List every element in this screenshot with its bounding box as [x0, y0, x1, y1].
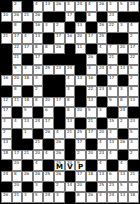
cell-r2c11[interactable]: 23 [107, 12, 118, 23]
blocker-cell-r18c1 [1, 182, 12, 193]
cell-r3c12[interactable]: 3 [118, 22, 129, 33]
cell-r13c7[interactable]: 21 [65, 129, 76, 140]
blocker-cell-r4c11 [107, 33, 118, 44]
cell-number: 2 [77, 150, 80, 155]
blocker-cell-r2c12 [118, 12, 129, 23]
cell-r6c11[interactable]: 21 [107, 54, 118, 65]
cell-number: 2 [35, 86, 38, 91]
cell-r15c9[interactable]: 20 [86, 150, 97, 161]
cell-number: 25 [45, 65, 50, 70]
cell-r15c2[interactable]: 17 [12, 150, 23, 161]
cell-r9c11[interactable]: 8 [107, 86, 118, 97]
cell-r7c7[interactable]: 24 [65, 65, 76, 76]
cell-r12c2[interactable]: 4 [12, 118, 23, 129]
cell-r8c1[interactable]: 16 [1, 75, 12, 86]
cell-r15c13[interactable]: 2 [128, 150, 139, 161]
cell-r17c12[interactable]: 13 [118, 171, 129, 182]
blocker-cell-r3c3 [22, 22, 33, 33]
cell-r6c4[interactable]: 17 [33, 54, 44, 65]
blocker-cell-r17c7 [65, 171, 76, 182]
cell-number: 24 [77, 1, 82, 6]
cell-r18c13[interactable]: 3 [128, 182, 139, 193]
cell-r1c9[interactable]: 4 [86, 1, 97, 12]
cell-number: 11 [77, 44, 82, 49]
cell-r5c2[interactable]: 22 [12, 44, 23, 55]
cell-r8c8[interactable]: 13 [75, 75, 86, 86]
cell-r10c13[interactable]: 13 [128, 97, 139, 108]
blocker-cell-r10c8 [75, 97, 86, 108]
cell-number: 3 [35, 182, 38, 187]
cell-r13c6[interactable]: 4 [54, 129, 65, 140]
cell-r13c3[interactable]: 1 [22, 129, 33, 140]
cell-number: 13 [45, 1, 50, 6]
blocker-cell-r16c5 [43, 160, 54, 171]
blocker-cell-r1c3 [22, 1, 33, 12]
cell-r7c3[interactable]: 3 [22, 65, 33, 76]
cell-r19c6[interactable]: 3 [54, 192, 65, 203]
cell-number: 4 [67, 75, 70, 80]
cell-number: 3 [35, 75, 38, 80]
blocker-cell-r19c7 [65, 192, 76, 203]
cell-r10c12[interactable]: 8 [118, 97, 129, 108]
cell-number: 21 [88, 118, 93, 123]
cell-r1c13[interactable]: 24 [128, 1, 139, 12]
cell-r12c1[interactable]: 3 [1, 118, 12, 129]
cell-r19c4[interactable]: 5 [33, 192, 44, 203]
cell-number: 18 [130, 192, 135, 197]
cell-number: 20 [77, 107, 82, 112]
cell-number: 26 [88, 192, 93, 197]
cell-r10c1[interactable]: 12 [1, 97, 12, 108]
cell-r8c9[interactable]: 16 [86, 75, 97, 86]
cell-r9c2[interactable]: 8 [12, 86, 23, 97]
cell-number: 14 [67, 182, 72, 187]
cell-r19c3[interactable]: 3 [22, 192, 33, 203]
cell-number: 8 [67, 97, 70, 102]
cell-r8c11[interactable]: 17 [107, 75, 118, 86]
cell-number: 3 [120, 22, 123, 27]
cell-r10c9[interactable]: 13 [86, 97, 97, 108]
cell-number: 26 [35, 171, 40, 176]
cell-r19c5[interactable]: 24 [43, 192, 54, 203]
cell-number: 4 [88, 1, 91, 6]
cell-number: 23 [56, 65, 61, 70]
blocker-cell-r16c9 [86, 160, 97, 171]
cell-r2c7[interactable]: 17 [65, 12, 76, 23]
cell-r11c3[interactable]: 5 [22, 107, 33, 118]
cell-r5c6[interactable]: 26 [54, 44, 65, 55]
blocker-cell-r1c1 [1, 1, 12, 12]
cell-number: 12 [3, 97, 8, 102]
cell-number: 8 [67, 107, 70, 112]
cell-r19c2[interactable]: 21 [12, 192, 23, 203]
cell-r10c11[interactable]: 9 [107, 97, 118, 108]
cell-r15c4[interactable]: 20 [33, 150, 44, 161]
cell-number: 24 [120, 107, 125, 112]
cell-r10c4[interactable]: 8 [33, 97, 44, 108]
cell-r10c6[interactable]: 17 [54, 97, 65, 108]
cell-r16c8[interactable]: 9P [75, 160, 86, 171]
cell-r7c13[interactable]: 5 [128, 65, 139, 76]
cell-r14c12[interactable]: 26 [118, 139, 129, 150]
cell-r7c9[interactable]: 3 [86, 65, 97, 76]
cell-r11c9[interactable]: 5 [86, 107, 97, 118]
cell-number: 13 [120, 171, 125, 176]
cell-r4c6[interactable]: 17 [54, 33, 65, 44]
cell-number: 16 [3, 75, 8, 80]
cell-number: 13 [109, 139, 114, 144]
cell-r11c1[interactable]: 17 [1, 107, 12, 118]
cell-r15c8[interactable]: 2 [75, 150, 86, 161]
cell-r13c1[interactable]: 2 [1, 129, 12, 140]
cell-number: 5 [35, 192, 38, 197]
cell-r3c4[interactable]: 16 [33, 22, 44, 33]
cell-r17c10[interactable]: 13 [97, 171, 108, 182]
cell-number: 4 [35, 160, 38, 165]
cell-r17c2[interactable]: 8 [12, 171, 23, 182]
cell-r18c6[interactable]: 2 [54, 182, 65, 193]
cell-r19c1[interactable]: 26 [1, 192, 12, 203]
blocker-cell-r2c8 [75, 12, 86, 23]
cell-r12c12[interactable]: 2 [118, 118, 129, 129]
cell-number: 5 [88, 107, 91, 112]
cell-r12c13[interactable]: 23 [128, 118, 139, 129]
cell-r17c8[interactable]: 17 [75, 171, 86, 182]
blocker-cell-r11c13 [128, 107, 139, 118]
cell-number: 21 [130, 171, 135, 176]
cell-r14c4[interactable]: 21 [33, 139, 44, 150]
given-letter-v: V [66, 163, 75, 171]
cell-r16c10[interactable]: 4 [97, 160, 108, 171]
cell-r16c6[interactable]: 25M [54, 160, 65, 171]
cell-r14c6[interactable]: 26 [54, 139, 65, 150]
cell-r9c7[interactable]: 3 [65, 86, 76, 97]
cell-r14c11[interactable]: 13 [107, 139, 118, 150]
cell-r17c3[interactable]: 26 [22, 171, 33, 182]
cell-number: 4 [14, 118, 17, 123]
blocker-cell-r9c6 [54, 86, 65, 97]
cell-number: 4 [109, 65, 112, 70]
cell-number: 18 [24, 75, 29, 80]
cell-r10c2[interactable]: 11 [12, 97, 23, 108]
blocker-cell-r6c8 [75, 54, 86, 65]
cell-number: 24 [130, 1, 135, 6]
blocker-cell-r14c9 [86, 139, 97, 150]
cell-r13c8[interactable]: 25 [75, 129, 86, 140]
cell-number: 26 [3, 192, 8, 197]
cell-number: 17 [35, 54, 40, 59]
cell-r18c11[interactable]: 23 [107, 182, 118, 193]
cell-r19c10[interactable]: 3 [97, 192, 108, 203]
cell-r15c3[interactable]: 21 [22, 150, 33, 161]
cell-r13c13[interactable]: 5 [128, 129, 139, 140]
cell-r5c13[interactable]: 17 [128, 44, 139, 55]
blocker-cell-r6c6 [54, 54, 65, 65]
cell-r11c7[interactable]: 8 [65, 107, 76, 118]
cell-r1c10[interactable]: 26 [97, 1, 108, 12]
cell-number: 3 [109, 129, 112, 134]
cell-r9c9[interactable]: 22 [86, 86, 97, 97]
cell-r3c8[interactable]: 13 [75, 22, 86, 33]
cell-number: 4 [35, 1, 38, 6]
blocker-cell-r5c7 [65, 44, 76, 55]
cell-r18c7[interactable]: 14 [65, 182, 76, 193]
cell-number: 11 [14, 97, 19, 102]
cell-r16c12[interactable]: 4 [118, 160, 129, 171]
cell-r1c7[interactable]: 3 [65, 1, 76, 12]
blocker-cell-r18c5 [43, 182, 54, 193]
cell-number: 3 [24, 65, 27, 70]
cell-r3c13[interactable]: 4 [128, 22, 139, 33]
blocker-cell-r13c4 [33, 129, 44, 140]
cell-r8c7[interactable]: 4 [65, 75, 76, 86]
cell-number: 10 [3, 12, 8, 17]
cell-number: 8 [45, 44, 48, 49]
cell-r15c5[interactable]: 4 [43, 150, 54, 161]
cell-r9c12[interactable]: 3 [118, 86, 129, 97]
cell-number: 3 [67, 86, 70, 91]
cell-number: 17 [14, 150, 19, 155]
blocker-cell-r5c9 [86, 44, 97, 55]
blocker-cell-r12c10 [97, 118, 108, 129]
cell-r18c10[interactable]: 25 [97, 182, 108, 193]
cell-r1c6[interactable]: 26 [54, 1, 65, 12]
cell-r19c9[interactable]: 26 [86, 192, 97, 203]
cell-r12c3[interactable]: 13 [22, 118, 33, 129]
cell-r3c6[interactable]: 2 [54, 22, 65, 33]
blocker-cell-r6c12 [118, 54, 129, 65]
cell-r5c5[interactable]: 8 [43, 44, 54, 55]
cell-r7c10[interactable]: 24 [97, 65, 108, 76]
blocker-cell-r8c10 [97, 75, 108, 86]
blocker-cell-r3c7 [65, 22, 76, 33]
cell-number: 26 [88, 54, 93, 59]
cell-r4c1[interactable]: 21 [1, 33, 12, 44]
cell-r8c3[interactable]: 18 [22, 75, 33, 86]
cell-number: 25 [77, 129, 82, 134]
cell-number: 20 [14, 182, 19, 187]
cell-r16c4[interactable]: 4 [33, 160, 44, 171]
cell-r18c12[interactable]: 5 [118, 182, 129, 193]
blocker-cell-r18c9 [86, 182, 97, 193]
cell-number: 25 [45, 171, 50, 176]
cell-r2c4[interactable]: 26 [33, 12, 44, 23]
cell-number: 2 [130, 33, 133, 38]
cell-r18c2[interactable]: 20 [12, 182, 23, 193]
cell-r4c10[interactable]: 25 [97, 33, 108, 44]
cell-r5c12[interactable]: 20 [118, 44, 129, 55]
cell-r15c1[interactable]: 18 [1, 150, 12, 161]
cell-number: 8 [35, 97, 38, 102]
cell-r15c10[interactable]: 23 [97, 150, 108, 161]
cell-number: 13 [3, 139, 8, 144]
cell-number: 6 [109, 171, 112, 176]
cell-r6c2[interactable]: 21 [12, 54, 23, 65]
cell-r12c5[interactable]: 17 [43, 118, 54, 129]
cell-r15c11[interactable]: 4 [107, 150, 118, 161]
cell-r2c9[interactable]: 8 [86, 12, 97, 23]
cell-r10c7[interactable]: 8 [65, 97, 76, 108]
cell-r17c5[interactable]: 25 [43, 171, 54, 182]
cell-number: 26 [56, 139, 61, 144]
cell-number: 20 [14, 160, 19, 165]
cell-r17c13[interactable]: 21 [128, 171, 139, 182]
blocker-cell-r8c12 [118, 75, 129, 86]
cell-r18c8[interactable]: 20 [75, 182, 86, 193]
blocker-cell-r9c1 [1, 86, 12, 97]
cell-r9c4[interactable]: 2 [33, 86, 44, 97]
cell-r1c8[interactable]: 24 [75, 1, 86, 12]
blocker-cell-r11c11 [107, 107, 118, 118]
cell-number: 3 [130, 182, 133, 187]
cell-r1c4[interactable]: 4 [33, 1, 44, 12]
cell-r4c3[interactable]: 4 [22, 33, 33, 44]
cell-number: 20 [99, 129, 104, 134]
blocker-cell-r2c10 [97, 12, 108, 23]
blocker-cell-r16c13 [128, 160, 139, 171]
cell-r4c7[interactable]: 16 [65, 33, 76, 44]
cell-r5c4[interactable]: 8 [33, 44, 44, 55]
cell-number: 3 [67, 1, 70, 6]
cell-number: 18 [88, 171, 93, 176]
cell-number: 6 [45, 107, 48, 112]
cell-r17c6[interactable]: 26 [54, 171, 65, 182]
cell-r17c9[interactable]: 18 [86, 171, 97, 182]
blocker-cell-r6c10 [97, 54, 108, 65]
cell-r17c11[interactable]: 6 [107, 171, 118, 182]
cell-r14c1[interactable]: 13 [1, 139, 12, 150]
cell-r7c2[interactable]: 9 [12, 65, 23, 76]
blocker-cell-r11c4 [33, 107, 44, 118]
cell-number: 13 [77, 75, 82, 80]
cell-r14c8[interactable]: 17 [75, 139, 86, 150]
cell-r6c9[interactable]: 26 [86, 54, 97, 65]
cell-r1c5[interactable]: 13 [43, 1, 54, 12]
cell-number: 4 [109, 150, 112, 155]
cell-r19c13[interactable]: 18 [128, 192, 139, 203]
cell-number: 24 [99, 65, 104, 70]
cell-r5c10[interactable]: 4 [97, 44, 108, 55]
cell-r18c4[interactable]: 3 [33, 182, 44, 193]
cell-r1c12[interactable]: 5 [118, 1, 129, 12]
cell-r4c13[interactable]: 2 [128, 33, 139, 44]
cell-r10c5[interactable]: 20 [43, 97, 54, 108]
cell-number: 17 [88, 33, 93, 38]
cell-r7c6[interactable]: 23 [54, 65, 65, 76]
cell-r13c10[interactable]: 20 [97, 129, 108, 140]
cell-r14c10[interactable]: 4 [97, 139, 108, 150]
cell-r4c4[interactable]: 13 [33, 33, 44, 44]
cell-number: 3 [45, 22, 48, 27]
cell-r14c13[interactable]: 3 [128, 139, 139, 150]
cell-r4c2[interactable]: 17 [12, 33, 23, 44]
cell-r7c4[interactable]: 26 [33, 65, 44, 76]
cell-number: 8 [14, 171, 17, 176]
cell-r9c10[interactable]: 23 [97, 86, 108, 97]
cell-r12c9[interactable]: 21 [86, 118, 97, 129]
cell-r19c8[interactable]: 8 [75, 192, 86, 203]
cell-r1c11[interactable]: 3 [107, 1, 118, 12]
cell-r12c7[interactable]: 13 [65, 118, 76, 129]
cell-r19c12[interactable]: 13 [118, 192, 129, 203]
cell-number: 20 [120, 44, 125, 49]
cell-r2c2[interactable]: 26 [12, 12, 23, 23]
cell-number: 3 [56, 192, 59, 197]
cell-number: 26 [14, 12, 19, 17]
cell-number: 20 [14, 75, 19, 80]
cell-r16c2[interactable]: 20 [12, 160, 23, 171]
cell-number: 17 [67, 12, 72, 17]
cell-r19c11[interactable]: 24 [107, 192, 118, 203]
cell-number: 8 [109, 86, 112, 91]
cell-number: 22 [88, 86, 93, 91]
cell-number: 17 [130, 44, 135, 49]
cell-r10c3[interactable]: 18 [22, 97, 33, 108]
cell-number: 17 [77, 171, 82, 176]
cell-r8c2[interactable]: 20 [12, 75, 23, 86]
cell-r12c4[interactable]: 24 [33, 118, 44, 129]
cell-number: 24 [45, 192, 50, 197]
cell-r11c5[interactable]: 6 [43, 107, 54, 118]
cell-r2c1[interactable]: 10 [1, 12, 12, 23]
blocker-cell-r2c13 [128, 12, 139, 23]
cell-r5c8[interactable]: 11 [75, 44, 86, 55]
blocker-cell-r12c6 [54, 118, 65, 129]
cell-number: 4 [99, 160, 102, 165]
blocker-cell-r3c9 [86, 22, 97, 33]
cell-r8c13[interactable]: 2 [128, 75, 139, 86]
cell-number: 26 [56, 150, 61, 155]
cell-r3c2[interactable]: 8 [12, 22, 23, 33]
cell-number: 26 [99, 22, 104, 27]
cell-number: 3 [99, 192, 102, 197]
cell-r16c7[interactable]: 20V [65, 160, 76, 171]
cell-r17c1[interactable]: 24 [1, 171, 12, 182]
cell-r17c4[interactable]: 26 [33, 171, 44, 182]
cell-r4c9[interactable]: 17 [86, 33, 97, 44]
cell-r3c11[interactable]: 22 [107, 22, 118, 33]
blocker-cell-r15c7 [65, 150, 76, 161]
cell-r1c2[interactable]: 2 [12, 1, 23, 12]
blocker-cell-r9c3 [22, 86, 33, 97]
cell-r7c12[interactable]: 13 [118, 65, 129, 76]
cell-r13c11[interactable]: 3 [107, 129, 118, 140]
cell-r3c5[interactable]: 3 [43, 22, 54, 33]
cell-r9c13[interactable]: 8 [128, 86, 139, 97]
cell-r7c11[interactable]: 4 [107, 65, 118, 76]
cell-r6c13[interactable]: 22 [128, 54, 139, 65]
cell-r5c3[interactable]: 17 [22, 44, 33, 55]
blocker-cell-r5c1 [1, 44, 12, 55]
cell-r12c11[interactable]: 15 [107, 118, 118, 129]
cell-r3c10[interactable]: 26 [97, 22, 108, 33]
cell-r11c10[interactable]: 3 [97, 107, 108, 118]
cell-r11c8[interactable]: 20 [75, 107, 86, 118]
cell-r2c3[interactable]: 21 [22, 12, 33, 23]
cell-number: 2 [56, 22, 59, 27]
cell-r11c12[interactable]: 24 [118, 107, 129, 118]
cell-r5c11[interactable]: 7 [107, 44, 118, 55]
cell-r15c6[interactable]: 26 [54, 150, 65, 161]
cell-r7c5[interactable]: 25 [43, 65, 54, 76]
cell-r13c9[interactable]: 17 [86, 129, 97, 140]
cell-number: 21 [109, 54, 114, 59]
cell-r13c5[interactable]: 26 [43, 129, 54, 140]
cell-number: 16 [88, 75, 93, 80]
blocker-cell-r15c12 [118, 150, 129, 161]
cell-r8c4[interactable]: 3 [33, 75, 44, 86]
cell-r4c8[interactable]: 20 [75, 33, 86, 44]
